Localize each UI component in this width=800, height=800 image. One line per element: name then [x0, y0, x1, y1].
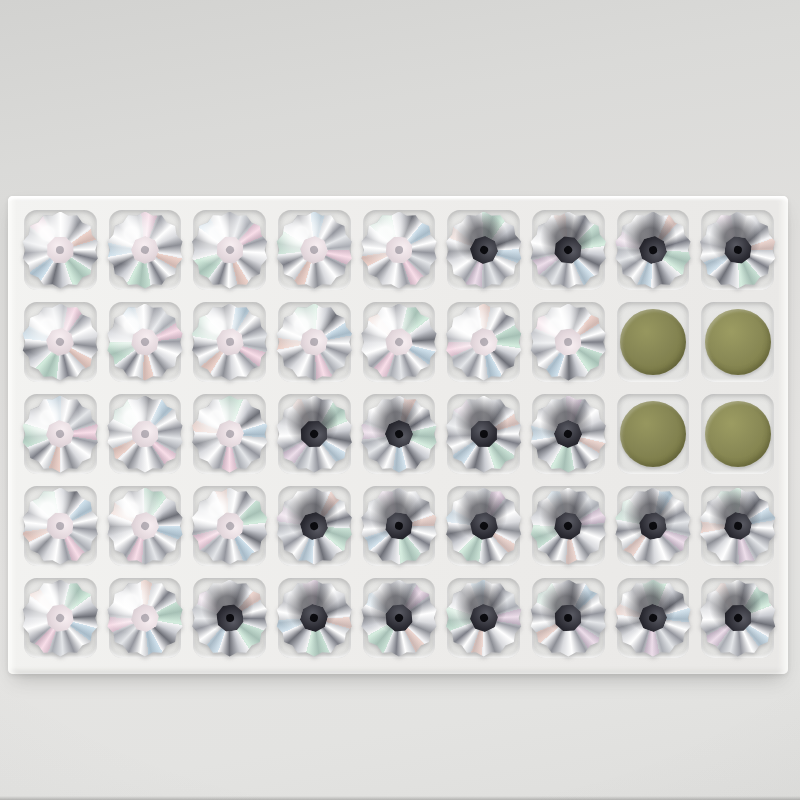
rhinestone-crystal: [360, 580, 437, 657]
rhinestone-crystal: [614, 488, 691, 565]
rhinestone-crystal: [360, 212, 437, 289]
tray-cell: [532, 302, 605, 382]
rhinestone-crystal: [276, 580, 353, 657]
rhinestone-flat-back: [620, 309, 686, 375]
rhinestone-crystal: [445, 304, 522, 381]
tray-cell: [532, 394, 605, 474]
tray-cell: [447, 210, 520, 290]
tray-cell: [24, 486, 97, 566]
rhinestone-crystal: [106, 488, 183, 565]
tray-cell: [701, 302, 774, 382]
rhinestone-crystal: [445, 212, 522, 289]
tray-cell: [532, 210, 605, 290]
rhinestone-crystal: [22, 304, 99, 381]
tray-cell: [278, 486, 351, 566]
rhinestone-crystal: [276, 304, 353, 381]
tray-cell: [193, 302, 266, 382]
rhinestone-crystal: [191, 396, 268, 473]
rhinestone-crystal: [22, 488, 99, 565]
rhinestone-crystal: [614, 212, 691, 289]
rhinestone-crystal: [191, 304, 268, 381]
tray-cell: [24, 394, 97, 474]
tray-cell: [447, 486, 520, 566]
tray-cell: [532, 578, 605, 658]
rhinestone-crystal: [699, 488, 776, 565]
tray-cell: [701, 210, 774, 290]
tray-cell: [278, 210, 351, 290]
rhinestone-crystal: [22, 396, 99, 473]
rhinestone-crystal: [191, 212, 268, 289]
rhinestone-crystal: [22, 580, 99, 657]
tray-cell: [363, 302, 436, 382]
rhinestone-crystal: [106, 304, 183, 381]
tray-cell: [363, 394, 436, 474]
tray-cell: [24, 210, 97, 290]
tray-cell: [617, 578, 690, 658]
tray-cell: [701, 486, 774, 566]
rhinestone-crystal: [530, 396, 607, 473]
tray-cell: [701, 394, 774, 474]
rhinestone-crystal: [530, 580, 607, 657]
tray-cell: [363, 486, 436, 566]
tray-cell: [193, 486, 266, 566]
tray-cell: [24, 578, 97, 658]
tray-cell: [447, 578, 520, 658]
tray-cell: [278, 394, 351, 474]
rhinestone-crystal: [191, 580, 268, 657]
tray-cell: [617, 394, 690, 474]
rhinestone-crystal: [106, 212, 183, 289]
table-edge-shadow: [0, 796, 800, 800]
tray-cell: [617, 486, 690, 566]
tray-cell: [193, 394, 266, 474]
rhinestone-crystal: [276, 396, 353, 473]
tray-cell: [193, 578, 266, 658]
rhinestone-crystal: [360, 304, 437, 381]
rhinestone-crystal: [445, 396, 522, 473]
tray-cell: [278, 302, 351, 382]
rhinestone-crystal: [276, 488, 353, 565]
rhinestone-crystal: [445, 580, 522, 657]
tray-cell: [701, 578, 774, 658]
rhinestone-crystal: [22, 212, 99, 289]
rhinestone-crystal: [530, 304, 607, 381]
rhinestone-crystal: [699, 580, 776, 657]
crystal-table-facet: [47, 237, 73, 263]
tray-cell: [109, 394, 182, 474]
tray-cell: [24, 302, 97, 382]
tray-cell: [109, 578, 182, 658]
rhinestone-crystal: [614, 580, 691, 657]
rhinestone-crystal: [191, 488, 268, 565]
rhinestone-crystal: [360, 396, 437, 473]
rhinestone-crystal: [445, 488, 522, 565]
tray-cell: [363, 210, 436, 290]
tray-cell: [109, 210, 182, 290]
rhinestone-crystal: [699, 212, 776, 289]
tray-cell: [109, 302, 182, 382]
rhinestone-flat-back: [705, 401, 771, 467]
tray-cell: [109, 486, 182, 566]
rhinestone-crystal: [530, 212, 607, 289]
rhinestone-flat-back: [705, 309, 771, 375]
tray-cell: [617, 302, 690, 382]
rhinestone-crystal: [276, 212, 353, 289]
tray-cell: [193, 210, 266, 290]
tray-cell: [363, 578, 436, 658]
tray-cell: [447, 302, 520, 382]
rhinestone-flat-back: [620, 401, 686, 467]
rhinestone-tray: [8, 196, 788, 674]
tray-cell: [447, 394, 520, 474]
rhinestone-crystal: [106, 396, 183, 473]
rhinestone-crystal: [360, 488, 437, 565]
rhinestone-crystal: [106, 580, 183, 657]
tray-cell: [532, 486, 605, 566]
tray-cell: [617, 210, 690, 290]
rhinestone-crystal: [530, 488, 607, 565]
tray-cell: [278, 578, 351, 658]
